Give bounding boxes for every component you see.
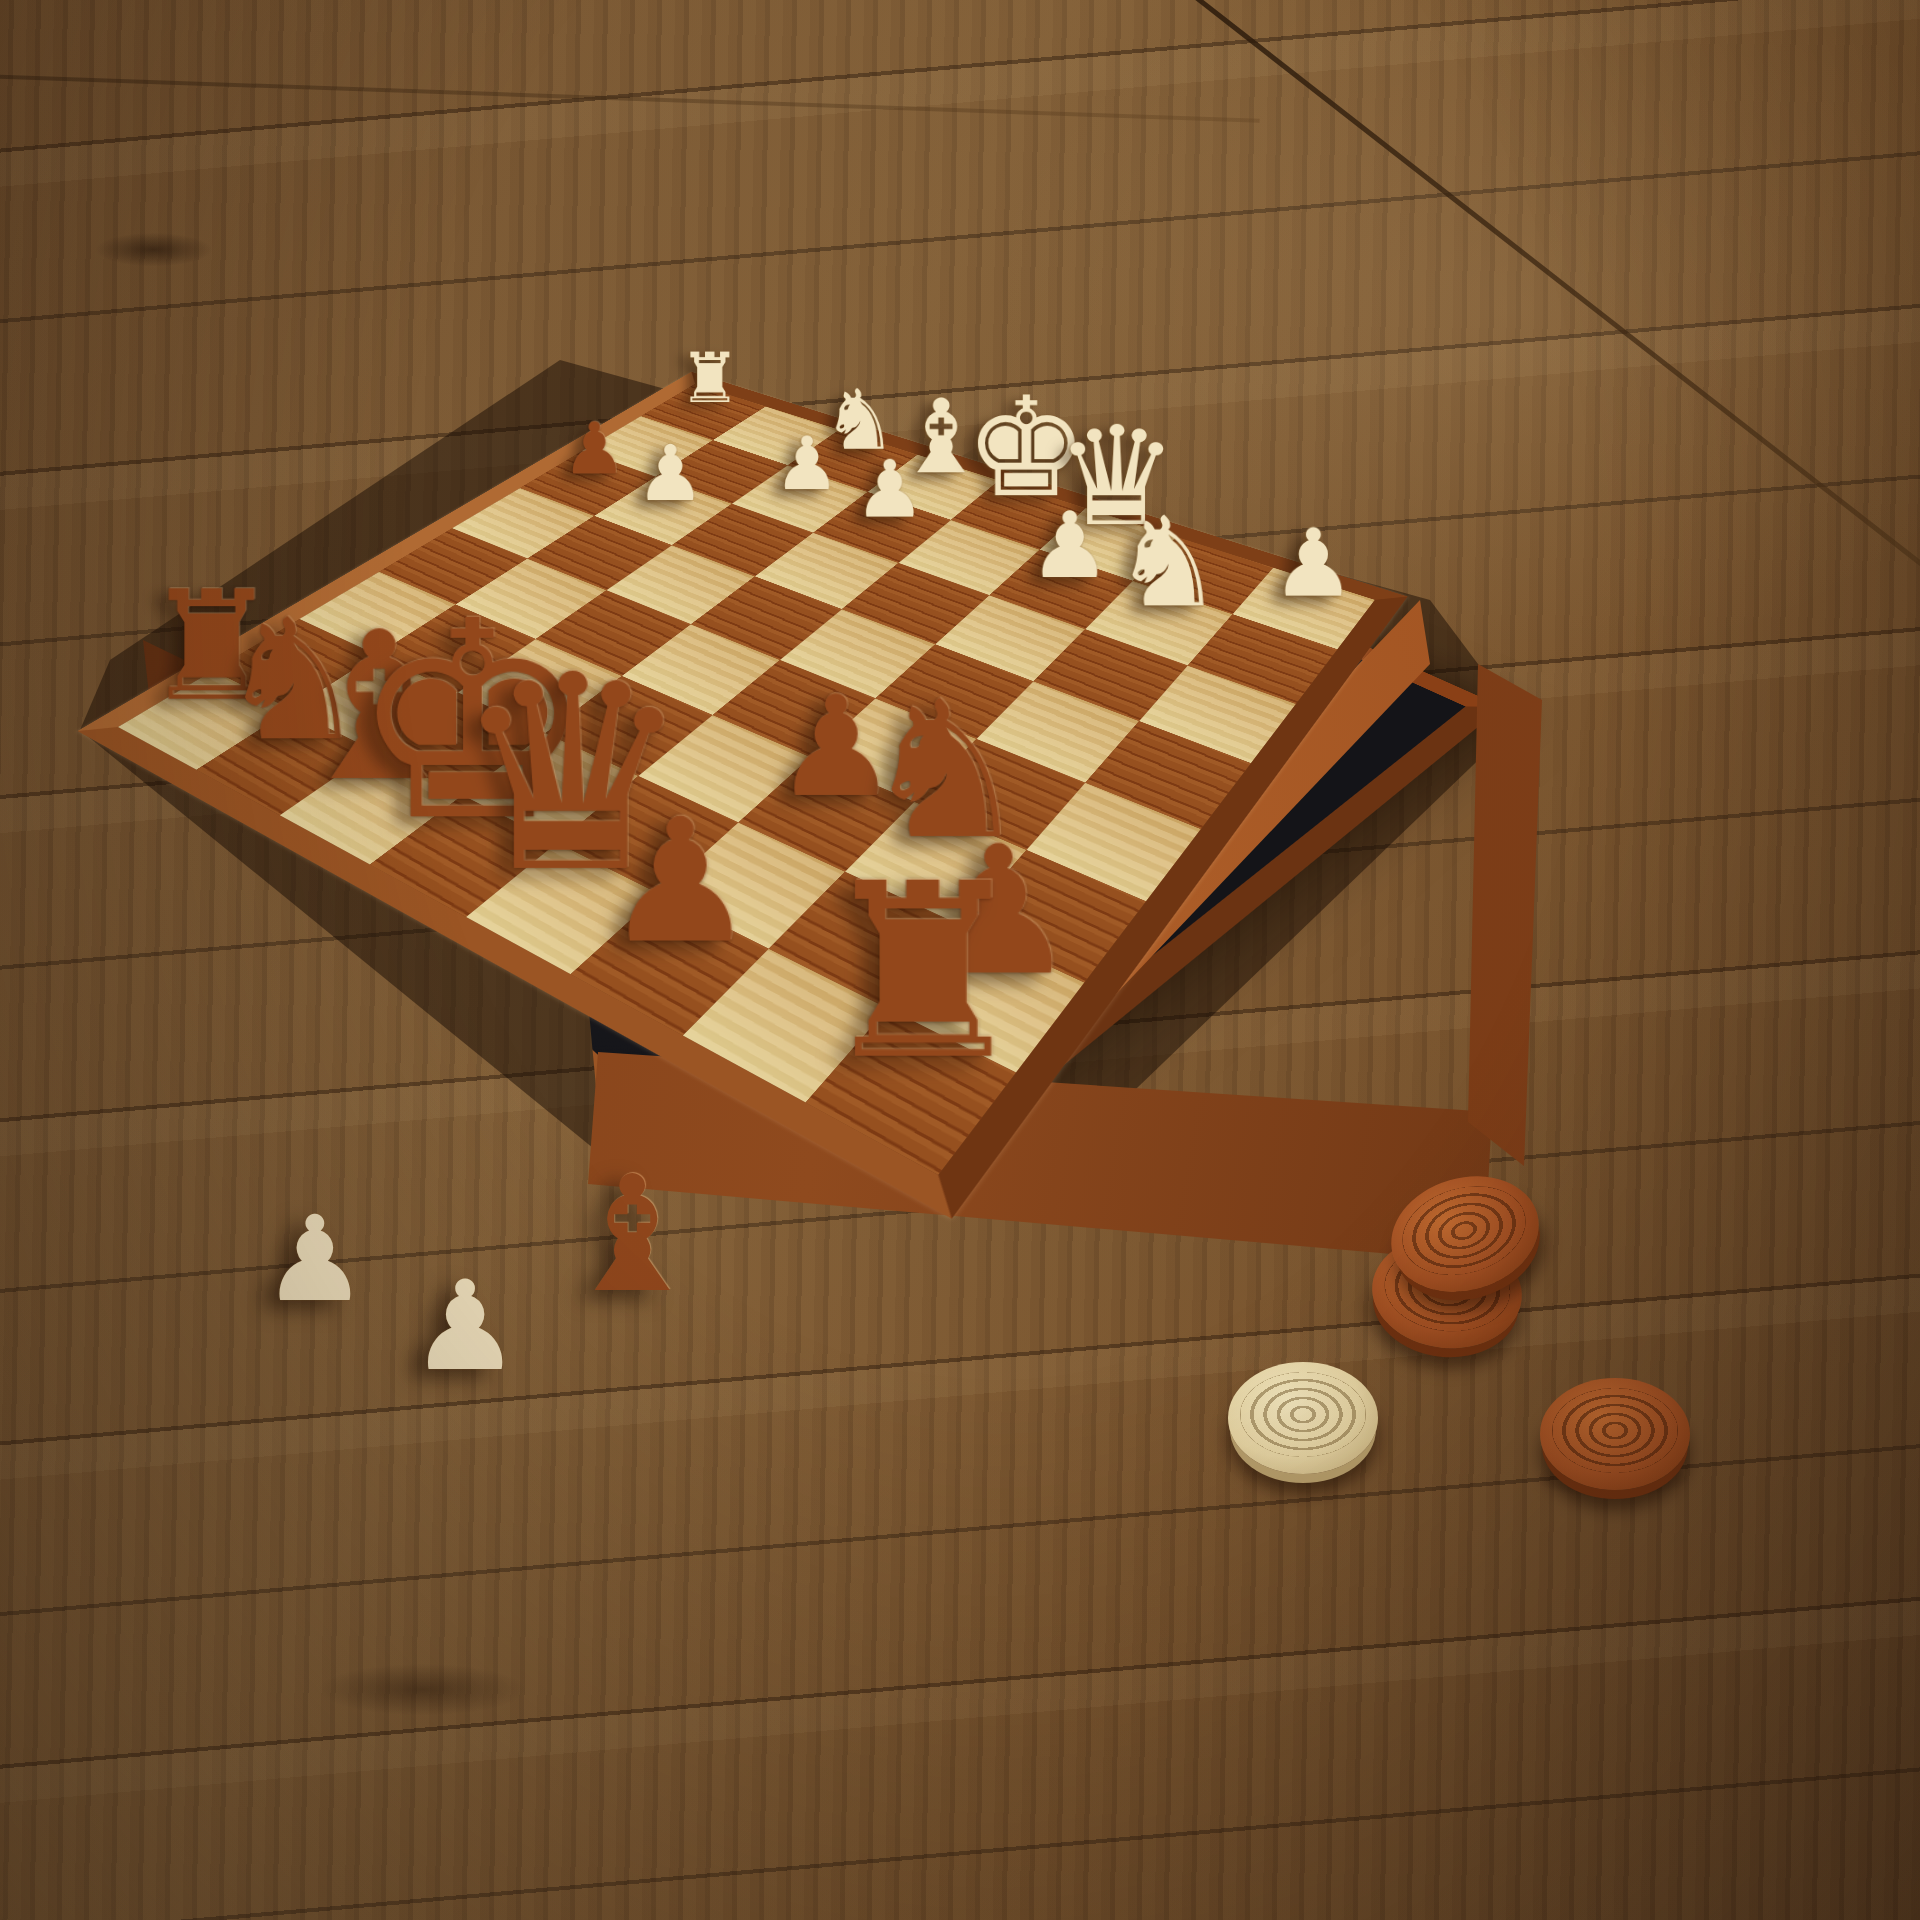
board-scene: ♜♞♝♚♛♟♟♟♟♞♟♟♟♞♟♜♞♝♚♛♟♜ [0,0,1920,1920]
floor-piece-white-pawn-1: ♟ [235,1200,395,1318]
checker-disc [1228,1362,1378,1474]
checker-cream-single [1228,1362,1378,1474]
chess-board: ♜♞♝♚♛♟♟♟♟♞♟♟♟♞♟♜♞♝♚♛♟♜ [77,372,1407,1219]
piece-white-knight: ♞ [1022,501,1313,625]
floor-piece-white-pawn-2: ♟ [385,1264,545,1388]
piece-dark-rook: ♜ [718,852,1127,1093]
checker-disc [1540,1378,1690,1490]
floor-piece-dark-bishop-3: ♝ [552,1155,712,1315]
checker-brown-single [1540,1378,1690,1490]
